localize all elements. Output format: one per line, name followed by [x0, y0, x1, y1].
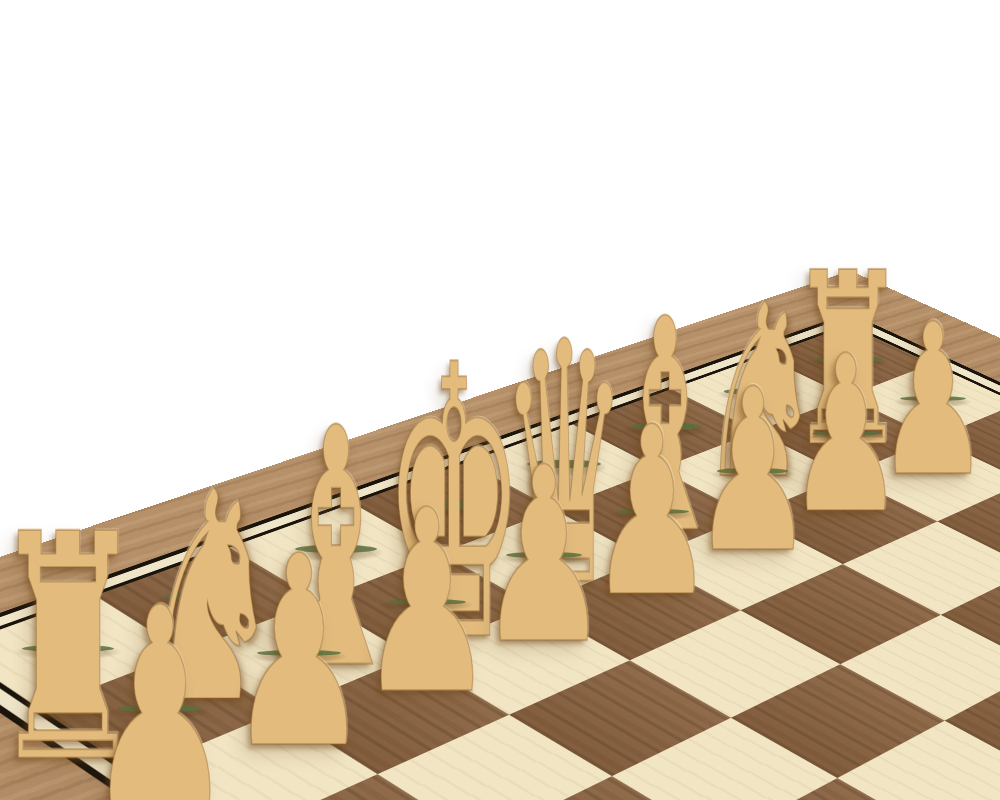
chessboard: [0, 325, 1000, 800]
product-photo-scene: ♜♞♝♚♛♝♞♜♟♟♟♟♟♟♟♟: [0, 0, 1000, 800]
